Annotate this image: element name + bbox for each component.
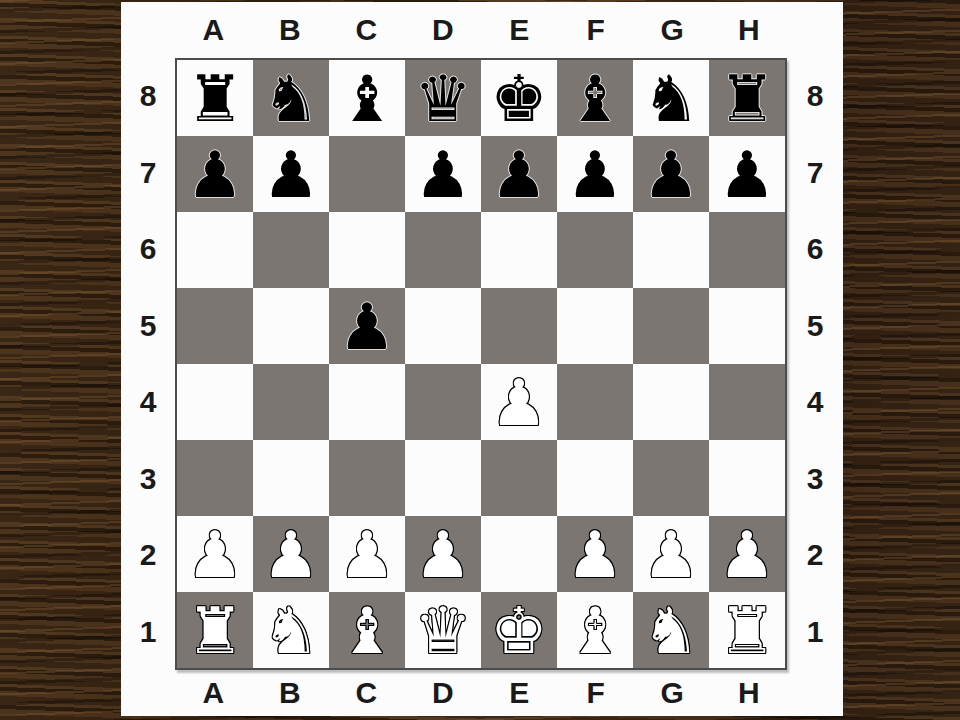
square-e5[interactable] <box>481 288 557 364</box>
square-g5[interactable] <box>633 288 709 364</box>
white-pawn: ♟ <box>642 523 699 587</box>
square-a8[interactable]: ♜ <box>177 60 253 136</box>
white-pawn: ♟ <box>718 523 775 587</box>
black-rook: ♜ <box>186 67 243 131</box>
white-rook: ♜ <box>186 599 243 663</box>
rank-label-2: 2 <box>121 517 175 594</box>
square-c1[interactable]: ♝ <box>329 592 405 668</box>
square-d5[interactable] <box>405 288 481 364</box>
square-g6[interactable] <box>633 212 709 288</box>
black-knight: ♞ <box>262 67 319 131</box>
square-c7[interactable] <box>329 136 405 212</box>
square-a7[interactable]: ♟ <box>177 136 253 212</box>
square-d1[interactable]: ♛ <box>405 592 481 668</box>
black-pawn: ♟ <box>414 143 471 207</box>
square-g1[interactable]: ♞ <box>633 592 709 668</box>
rank-label-6: 6 <box>787 211 843 288</box>
square-h1[interactable]: ♜ <box>709 592 785 668</box>
square-f2[interactable]: ♟ <box>557 516 633 592</box>
white-bishop: ♝ <box>338 599 395 663</box>
white-knight: ♞ <box>642 599 699 663</box>
file-label-b: B <box>252 670 329 716</box>
square-f3[interactable] <box>557 440 633 516</box>
square-b2[interactable]: ♟ <box>253 516 329 592</box>
square-f4[interactable] <box>557 364 633 440</box>
black-pawn: ♟ <box>186 143 243 207</box>
square-a2[interactable]: ♟ <box>177 516 253 592</box>
square-b3[interactable] <box>253 440 329 516</box>
square-d4[interactable] <box>405 364 481 440</box>
file-label-c: C <box>328 2 405 58</box>
square-d6[interactable] <box>405 212 481 288</box>
square-f8[interactable]: ♝ <box>557 60 633 136</box>
file-label-d: D <box>405 2 482 58</box>
black-pawn: ♟ <box>642 143 699 207</box>
chess-board: ♜♞♝♛♚♝♞♜♟♟♟♟♟♟♟♟♟♟♟♟♟♟♟♟♜♞♝♛♚♝♞♜ <box>175 58 787 670</box>
file-label-f: F <box>558 670 635 716</box>
file-labels-bottom: ABCDEFGH <box>175 670 787 716</box>
square-h3[interactable] <box>709 440 785 516</box>
white-pawn: ♟ <box>490 371 547 435</box>
square-f5[interactable] <box>557 288 633 364</box>
white-pawn: ♟ <box>262 523 319 587</box>
white-pawn: ♟ <box>186 523 243 587</box>
square-d7[interactable]: ♟ <box>405 136 481 212</box>
square-e3[interactable] <box>481 440 557 516</box>
square-f6[interactable] <box>557 212 633 288</box>
file-label-g: G <box>634 2 711 58</box>
file-label-d: D <box>405 670 482 716</box>
file-label-e: E <box>481 670 558 716</box>
square-e2[interactable] <box>481 516 557 592</box>
rank-label-5: 5 <box>787 288 843 365</box>
square-d8[interactable]: ♛ <box>405 60 481 136</box>
square-g4[interactable] <box>633 364 709 440</box>
white-bishop: ♝ <box>566 599 623 663</box>
file-label-a: A <box>175 2 252 58</box>
square-a1[interactable]: ♜ <box>177 592 253 668</box>
rank-label-3: 3 <box>121 441 175 518</box>
rank-label-4: 4 <box>787 364 843 441</box>
rank-label-6: 6 <box>121 211 175 288</box>
white-rook: ♜ <box>718 599 775 663</box>
square-b4[interactable] <box>253 364 329 440</box>
board-panel: ABCDEFGH ABCDEFGH 87654321 87654321 ♜♞♝♛… <box>121 2 843 716</box>
square-c8[interactable]: ♝ <box>329 60 405 136</box>
square-c3[interactable] <box>329 440 405 516</box>
square-g3[interactable] <box>633 440 709 516</box>
square-h2[interactable]: ♟ <box>709 516 785 592</box>
square-a3[interactable] <box>177 440 253 516</box>
file-label-b: B <box>252 2 329 58</box>
black-pawn: ♟ <box>338 295 395 359</box>
square-e4[interactable]: ♟ <box>481 364 557 440</box>
file-label-g: G <box>634 670 711 716</box>
white-king: ♚ <box>490 599 547 663</box>
square-h5[interactable] <box>709 288 785 364</box>
square-a6[interactable] <box>177 212 253 288</box>
square-e1[interactable]: ♚ <box>481 592 557 668</box>
square-h6[interactable] <box>709 212 785 288</box>
rank-label-7: 7 <box>787 135 843 212</box>
black-pawn: ♟ <box>718 143 775 207</box>
file-labels-top: ABCDEFGH <box>175 2 787 58</box>
square-b5[interactable] <box>253 288 329 364</box>
square-a4[interactable] <box>177 364 253 440</box>
rank-label-8: 8 <box>121 58 175 135</box>
square-g2[interactable]: ♟ <box>633 516 709 592</box>
file-label-e: E <box>481 2 558 58</box>
square-a5[interactable] <box>177 288 253 364</box>
rank-label-5: 5 <box>121 288 175 365</box>
file-label-c: C <box>328 670 405 716</box>
square-b7[interactable]: ♟ <box>253 136 329 212</box>
square-b6[interactable] <box>253 212 329 288</box>
file-label-f: F <box>558 2 635 58</box>
square-g8[interactable]: ♞ <box>633 60 709 136</box>
rank-label-7: 7 <box>121 135 175 212</box>
rank-label-8: 8 <box>787 58 843 135</box>
white-pawn: ♟ <box>414 523 471 587</box>
square-c2[interactable]: ♟ <box>329 516 405 592</box>
square-h7[interactable]: ♟ <box>709 136 785 212</box>
file-label-h: H <box>711 670 788 716</box>
square-c6[interactable] <box>329 212 405 288</box>
rank-label-4: 4 <box>121 364 175 441</box>
square-d3[interactable] <box>405 440 481 516</box>
white-knight: ♞ <box>262 599 319 663</box>
white-pawn: ♟ <box>338 523 395 587</box>
black-knight: ♞ <box>642 67 699 131</box>
rank-label-1: 1 <box>787 594 843 671</box>
file-label-a: A <box>175 670 252 716</box>
black-bishop: ♝ <box>338 67 395 131</box>
wood-background: ABCDEFGH ABCDEFGH 87654321 87654321 ♜♞♝♛… <box>0 0 960 720</box>
black-queen: ♛ <box>414 67 471 131</box>
rank-label-2: 2 <box>787 517 843 594</box>
black-bishop: ♝ <box>566 67 623 131</box>
square-f7[interactable]: ♟ <box>557 136 633 212</box>
file-label-h: H <box>711 2 788 58</box>
white-pawn: ♟ <box>566 523 623 587</box>
white-queen: ♛ <box>414 599 471 663</box>
square-d2[interactable]: ♟ <box>405 516 481 592</box>
square-e6[interactable] <box>481 212 557 288</box>
black-pawn: ♟ <box>262 143 319 207</box>
black-pawn: ♟ <box>566 143 623 207</box>
square-f1[interactable]: ♝ <box>557 592 633 668</box>
rank-labels-right: 87654321 <box>787 58 843 670</box>
black-king: ♚ <box>490 67 547 131</box>
black-rook: ♜ <box>718 67 775 131</box>
square-b1[interactable]: ♞ <box>253 592 329 668</box>
square-e7[interactable]: ♟ <box>481 136 557 212</box>
square-b8[interactable]: ♞ <box>253 60 329 136</box>
square-c5[interactable]: ♟ <box>329 288 405 364</box>
square-g7[interactable]: ♟ <box>633 136 709 212</box>
square-h4[interactable] <box>709 364 785 440</box>
rank-label-1: 1 <box>121 594 175 671</box>
rank-labels-left: 87654321 <box>121 58 175 670</box>
rank-label-3: 3 <box>787 441 843 518</box>
square-h8[interactable]: ♜ <box>709 60 785 136</box>
square-c4[interactable] <box>329 364 405 440</box>
black-pawn: ♟ <box>490 143 547 207</box>
square-e8[interactable]: ♚ <box>481 60 557 136</box>
